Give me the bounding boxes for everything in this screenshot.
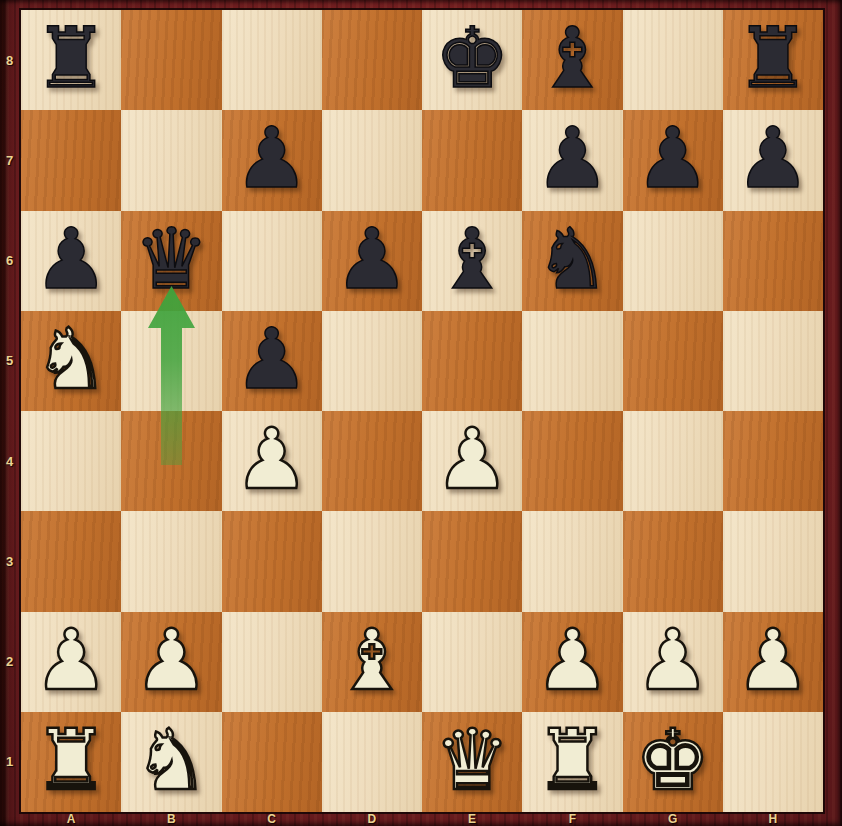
- square-h5[interactable]: [723, 311, 823, 411]
- square-c4[interactable]: ♟: [222, 411, 322, 511]
- white-knight-b1[interactable]: ♞: [134, 718, 209, 802]
- rank-label-1: 1: [0, 712, 19, 812]
- black-bishop-e6[interactable]: ♝: [434, 217, 509, 301]
- square-d1[interactable]: [322, 712, 422, 812]
- square-b1[interactable]: ♞: [121, 712, 221, 812]
- black-pawn-c5[interactable]: ♟: [234, 317, 309, 401]
- white-pawn-g2[interactable]: ♟: [635, 618, 710, 702]
- square-f8[interactable]: ♝: [522, 10, 622, 110]
- square-h4[interactable]: [723, 411, 823, 511]
- file-label-c: C: [222, 812, 322, 826]
- black-king-e8[interactable]: ♚: [434, 16, 509, 100]
- square-h8[interactable]: ♜: [723, 10, 823, 110]
- white-rook-a1[interactable]: ♜: [33, 718, 108, 802]
- square-e2[interactable]: [422, 612, 522, 712]
- square-e5[interactable]: [422, 311, 522, 411]
- black-rook-h8[interactable]: ♜: [735, 16, 810, 100]
- square-g8[interactable]: [623, 10, 723, 110]
- black-bishop-f8[interactable]: ♝: [535, 16, 610, 100]
- black-pawn-g7[interactable]: ♟: [635, 116, 710, 200]
- square-c3[interactable]: [222, 511, 322, 611]
- chessboard-app: ♜♚♝♜♟♟♟♟♟♛♟♝♞♞♟♟♟♟♟♝♟♟♟♜♞♛♜♚ 87654321 AB…: [0, 0, 842, 826]
- board: ♜♚♝♜♟♟♟♟♟♛♟♝♞♞♟♟♟♟♟♝♟♟♟♜♞♛♜♚: [21, 10, 823, 812]
- square-h6[interactable]: [723, 211, 823, 311]
- file-label-d: D: [322, 812, 422, 826]
- square-b8[interactable]: [121, 10, 221, 110]
- black-pawn-h7[interactable]: ♟: [735, 116, 810, 200]
- square-c8[interactable]: [222, 10, 322, 110]
- square-f6[interactable]: ♞: [522, 211, 622, 311]
- white-rook-f1[interactable]: ♜: [535, 718, 610, 802]
- white-pawn-a2[interactable]: ♟: [33, 618, 108, 702]
- square-e3[interactable]: [422, 511, 522, 611]
- square-b5[interactable]: [121, 311, 221, 411]
- square-h1[interactable]: [723, 712, 823, 812]
- square-e7[interactable]: [422, 110, 522, 210]
- black-knight-f6[interactable]: ♞: [535, 217, 610, 301]
- file-coordinates: ABCDEFGH: [21, 812, 823, 826]
- white-pawn-f2[interactable]: ♟: [535, 618, 610, 702]
- black-pawn-f7[interactable]: ♟: [535, 116, 610, 200]
- square-a5[interactable]: ♞: [21, 311, 121, 411]
- square-a6[interactable]: ♟: [21, 211, 121, 311]
- square-g7[interactable]: ♟: [623, 110, 723, 210]
- file-label-a: A: [21, 812, 121, 826]
- rank-label-7: 7: [0, 110, 19, 210]
- square-h3[interactable]: [723, 511, 823, 611]
- square-d3[interactable]: [322, 511, 422, 611]
- square-c6[interactable]: [222, 211, 322, 311]
- file-label-f: F: [522, 812, 622, 826]
- black-pawn-c7[interactable]: ♟: [234, 116, 309, 200]
- square-a8[interactable]: ♜: [21, 10, 121, 110]
- square-d4[interactable]: [322, 411, 422, 511]
- square-h7[interactable]: ♟: [723, 110, 823, 210]
- square-g5[interactable]: [623, 311, 723, 411]
- rank-coordinates: 87654321: [0, 10, 21, 812]
- black-pawn-a6[interactable]: ♟: [33, 217, 108, 301]
- square-b2[interactable]: ♟: [121, 612, 221, 712]
- square-e1[interactable]: ♛: [422, 712, 522, 812]
- file-label-g: G: [623, 812, 723, 826]
- square-f7[interactable]: ♟: [522, 110, 622, 210]
- square-e6[interactable]: ♝: [422, 211, 522, 311]
- square-b3[interactable]: [121, 511, 221, 611]
- square-a7[interactable]: [21, 110, 121, 210]
- square-d6[interactable]: ♟: [322, 211, 422, 311]
- square-c7[interactable]: ♟: [222, 110, 322, 210]
- white-knight-a5[interactable]: ♞: [33, 317, 108, 401]
- square-c1[interactable]: [222, 712, 322, 812]
- square-g6[interactable]: [623, 211, 723, 311]
- square-a4[interactable]: [21, 411, 121, 511]
- rank-label-6: 6: [0, 211, 19, 311]
- square-d8[interactable]: [322, 10, 422, 110]
- square-b6[interactable]: ♛: [121, 211, 221, 311]
- square-b4[interactable]: [121, 411, 221, 511]
- square-c5[interactable]: ♟: [222, 311, 322, 411]
- black-queen-b6[interactable]: ♛: [134, 217, 209, 301]
- file-label-e: E: [422, 812, 522, 826]
- white-pawn-h2[interactable]: ♟: [735, 618, 810, 702]
- rank-label-5: 5: [0, 311, 19, 411]
- square-f4[interactable]: [522, 411, 622, 511]
- white-queen-e1[interactable]: ♛: [434, 718, 509, 802]
- square-f5[interactable]: [522, 311, 622, 411]
- black-pawn-d6[interactable]: ♟: [334, 217, 409, 301]
- square-d5[interactable]: [322, 311, 422, 411]
- white-king-g1[interactable]: ♚: [635, 718, 710, 802]
- white-bishop-d2[interactable]: ♝: [334, 618, 409, 702]
- square-a2[interactable]: ♟: [21, 612, 121, 712]
- white-pawn-b2[interactable]: ♟: [134, 618, 209, 702]
- square-f2[interactable]: ♟: [522, 612, 622, 712]
- white-pawn-c4[interactable]: ♟: [234, 417, 309, 501]
- square-g3[interactable]: [623, 511, 723, 611]
- white-pawn-e4[interactable]: ♟: [434, 417, 509, 501]
- square-h2[interactable]: ♟: [723, 612, 823, 712]
- square-g2[interactable]: ♟: [623, 612, 723, 712]
- square-f3[interactable]: [522, 511, 622, 611]
- rank-label-4: 4: [0, 411, 19, 511]
- file-label-b: B: [121, 812, 221, 826]
- square-g4[interactable]: [623, 411, 723, 511]
- square-b7[interactable]: [121, 110, 221, 210]
- black-rook-a8[interactable]: ♜: [33, 16, 108, 100]
- square-a1[interactable]: ♜: [21, 712, 121, 812]
- square-a3[interactable]: [21, 511, 121, 611]
- square-e4[interactable]: ♟: [422, 411, 522, 511]
- file-label-h: H: [723, 812, 823, 826]
- square-g1[interactable]: ♚: [623, 712, 723, 812]
- square-d7[interactable]: [322, 110, 422, 210]
- square-c2[interactable]: [222, 612, 322, 712]
- rank-label-3: 3: [0, 511, 19, 611]
- square-f1[interactable]: ♜: [522, 712, 622, 812]
- square-e8[interactable]: ♚: [422, 10, 522, 110]
- rank-label-2: 2: [0, 612, 19, 712]
- square-d2[interactable]: ♝: [322, 612, 422, 712]
- rank-label-8: 8: [0, 10, 19, 110]
